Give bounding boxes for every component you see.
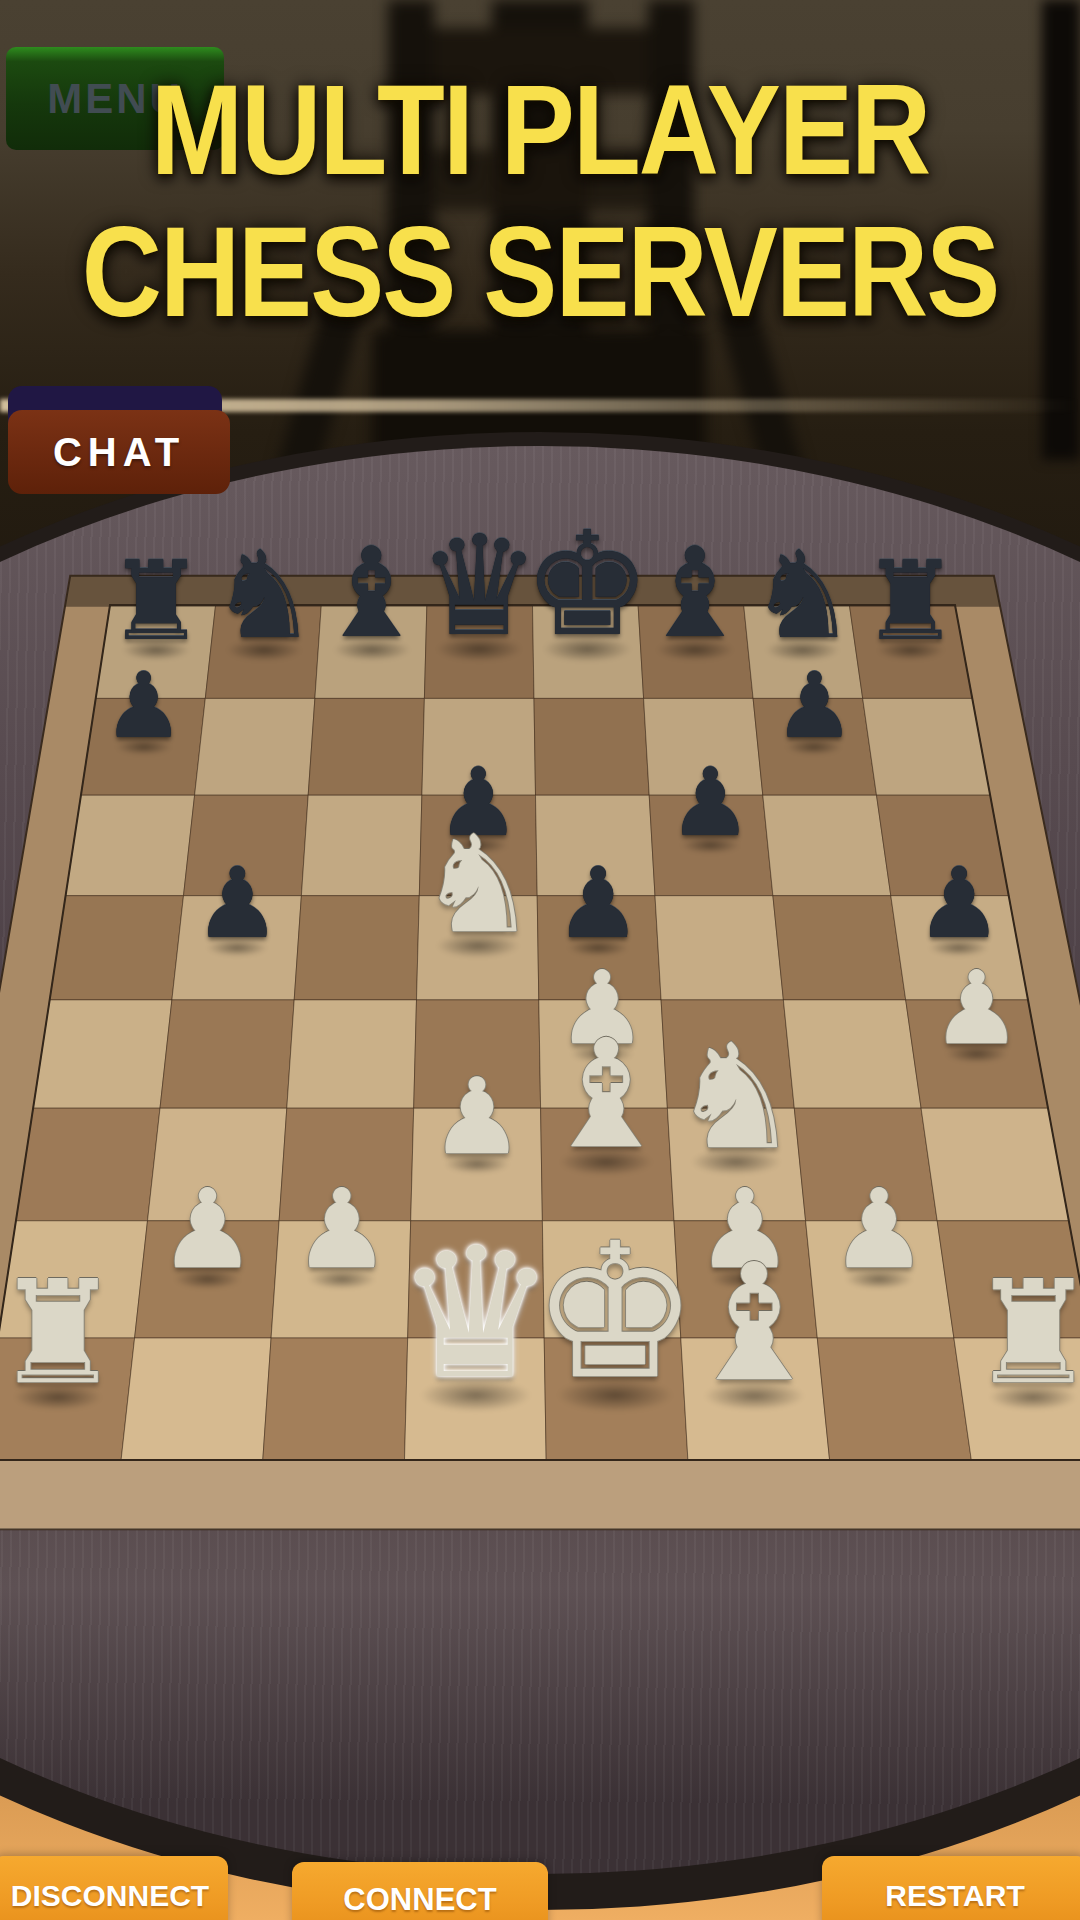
connect-button[interactable]: CONNECT	[292, 1862, 548, 1920]
piece-white-pawn-d3[interactable]: ♟	[430, 1064, 524, 1169]
piece-black-pawn-e5[interactable]: ♟	[555, 855, 642, 952]
square-c7[interactable]	[308, 698, 424, 795]
piece-black-bishop-c8[interactable]: ♝	[316, 532, 427, 656]
square-c4[interactable]	[287, 1000, 417, 1108]
piece-black-pawn-h5[interactable]: ♟	[915, 855, 1002, 952]
square-g6[interactable]	[763, 795, 891, 896]
square-f5[interactable]	[655, 896, 783, 1000]
piece-white-knight-f3[interactable]: ♞	[671, 1024, 801, 1169]
square-a5[interactable]	[50, 896, 184, 1000]
piece-black-pawn-g7[interactable]: ♟	[774, 661, 855, 752]
piece-white-bishop-e3[interactable]: ♝	[539, 1020, 673, 1169]
square-h7[interactable]	[863, 698, 991, 795]
piece-white-bishop-f1[interactable]: ♝	[682, 1243, 827, 1405]
square-b7[interactable]	[195, 698, 315, 795]
piece-white-pawn-g2[interactable]: ♟	[830, 1175, 928, 1284]
menu-button[interactable]: MENU	[6, 47, 224, 150]
piece-white-pawn-c2[interactable]: ♟	[293, 1175, 391, 1284]
piece-black-rook-h8[interactable]: ♜	[862, 547, 960, 656]
square-c5[interactable]	[294, 896, 419, 1000]
piece-white-pawn-h4[interactable]: ♟	[931, 958, 1022, 1059]
square-a4[interactable]	[33, 1000, 172, 1108]
piece-black-knight-g8[interactable]: ♞	[749, 535, 857, 655]
board-front-edge	[0, 1460, 1080, 1529]
square-c1[interactable]	[263, 1338, 408, 1460]
square-e7[interactable]	[534, 698, 649, 795]
square-h3[interactable]	[921, 1108, 1069, 1221]
piece-white-king-e1[interactable]: ♚	[531, 1218, 699, 1405]
restart-button[interactable]: RESTART	[822, 1856, 1080, 1920]
piece-white-pawn-b2[interactable]: ♟	[159, 1175, 257, 1284]
square-c6[interactable]	[301, 795, 422, 896]
piece-black-pawn-a7[interactable]: ♟	[103, 661, 184, 752]
square-b4[interactable]	[160, 1000, 294, 1108]
piece-black-pawn-f6[interactable]: ♟	[668, 756, 752, 850]
square-b1[interactable]	[121, 1338, 271, 1460]
square-g5[interactable]	[773, 896, 906, 1000]
piece-white-knight-d5[interactable]: ♞	[418, 818, 539, 952]
piece-black-pawn-b5[interactable]: ♟	[194, 855, 281, 952]
square-a3[interactable]	[16, 1108, 160, 1221]
chat-button[interactable]: CHAT	[8, 410, 230, 494]
piece-black-knight-b8[interactable]: ♞	[210, 535, 318, 655]
piece-black-king-e8[interactable]: ♚	[523, 513, 651, 656]
piece-black-bishop-f8[interactable]: ♝	[639, 532, 750, 656]
disconnect-button[interactable]: DISCONNECT	[0, 1856, 228, 1920]
piece-white-rook-a1[interactable]: ♜	[0, 1262, 121, 1404]
square-g1[interactable]	[817, 1338, 971, 1460]
square-a6[interactable]	[66, 795, 195, 896]
piece-black-rook-a8[interactable]: ♜	[107, 547, 205, 656]
piece-white-rook-h1[interactable]: ♜	[969, 1262, 1080, 1404]
square-g4[interactable]	[783, 1000, 921, 1108]
